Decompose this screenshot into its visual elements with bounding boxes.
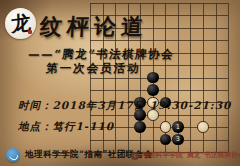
club-logo: 龙 <box>5 8 36 39</box>
poster: 13 龙 纹枰论道 ——“腾龙”书法棋牌协会 第一次会员活动 时间：2018年3… <box>0 0 240 166</box>
black-stone: 1 <box>172 121 184 133</box>
federation-logo-icon <box>6 148 20 162</box>
grid-line-vertical <box>228 3 229 152</box>
association-emblem-icon <box>131 152 139 160</box>
black-stone <box>147 84 159 96</box>
poster-title: 纹枰论道 <box>39 12 149 42</box>
grid-line-horizontal <box>90 3 228 4</box>
time-value: 2018年3月17日 19:30-21:30 <box>53 99 232 111</box>
subtitle-event: 第一次会员活动 <box>45 61 141 76</box>
white-stone <box>160 121 172 133</box>
black-stone <box>160 134 172 146</box>
footer: 地理科学学院“指南”社团联合会 地理科学学院“腾龙”书法棋牌协会 <box>0 146 240 166</box>
grid-line-horizontal <box>90 90 228 91</box>
black-stone <box>134 121 146 133</box>
swirl-icon <box>8 150 20 161</box>
grid-line-horizontal <box>90 115 228 116</box>
subtitle-association: ——“腾龙”书法棋牌协会 <box>27 47 175 62</box>
place-value: 笃行1-110 <box>53 120 115 132</box>
place-label: 地点： <box>18 120 53 132</box>
footer-association-name: 地理科学学院“腾龙”书法棋牌协会 <box>142 150 240 160</box>
black-stone: 3 <box>172 134 184 146</box>
place-row: 地点：笃行1-110 <box>18 120 114 134</box>
time-label: 时间： <box>18 99 53 111</box>
time-row: 时间：2018年3月17日 19:30-21:30 <box>18 99 231 113</box>
grid-line-horizontal <box>90 78 228 79</box>
red-seal-icon <box>28 30 32 34</box>
dragon-calligraphy-icon: 龙 <box>10 9 31 39</box>
black-stone <box>147 72 159 84</box>
white-stone <box>197 121 209 133</box>
